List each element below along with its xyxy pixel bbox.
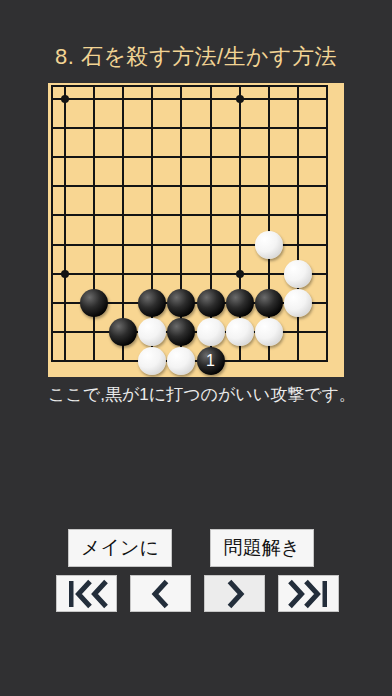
chevron-left-icon xyxy=(139,579,183,609)
stone-black xyxy=(167,318,195,346)
stone-white xyxy=(284,289,312,317)
board-hline xyxy=(51,127,328,129)
star-point xyxy=(236,270,244,278)
solve-problem-button[interactable]: 問題解き xyxy=(210,529,314,567)
board-hline xyxy=(51,156,328,158)
stone-white xyxy=(138,318,166,346)
stone-black xyxy=(197,289,225,317)
stone-white xyxy=(255,318,283,346)
stone-black xyxy=(167,289,195,317)
main-menu-button[interactable]: メインに xyxy=(68,529,172,567)
stone-white xyxy=(255,231,283,259)
stone-black xyxy=(255,289,283,317)
board-hline xyxy=(51,214,328,216)
board-caption: ここで,黒が1に打つのがいい攻撃です。 xyxy=(48,383,378,406)
board-hline xyxy=(51,185,328,187)
stone-white xyxy=(167,347,195,375)
chevron-right-icon xyxy=(213,579,257,609)
stone-white xyxy=(138,347,166,375)
stone-black xyxy=(138,289,166,317)
next-move-button[interactable] xyxy=(204,575,265,612)
stone-white xyxy=(284,260,312,288)
board-hline xyxy=(51,244,328,246)
menu-button-row: メインに 問題解き xyxy=(68,529,314,567)
board-vline xyxy=(297,85,299,362)
star-point xyxy=(61,270,69,278)
go-board[interactable]: 1 xyxy=(48,83,344,377)
star-point xyxy=(236,95,244,103)
move-nav-row xyxy=(56,575,339,612)
skip-to-last-icon xyxy=(287,579,331,609)
stone-white xyxy=(197,318,225,346)
stone-black xyxy=(109,318,137,346)
page-title: 8. 石を殺す方法/生かす方法 xyxy=(0,42,392,72)
last-move-button[interactable] xyxy=(278,575,339,612)
stone-black-move-1: 1 xyxy=(197,347,225,375)
first-move-button[interactable] xyxy=(56,575,117,612)
board-vline xyxy=(326,85,328,362)
stone-white xyxy=(226,318,254,346)
move-number: 1 xyxy=(206,353,215,369)
stone-black xyxy=(80,289,108,317)
skip-to-first-icon xyxy=(65,579,109,609)
star-point xyxy=(61,95,69,103)
prev-move-button[interactable] xyxy=(130,575,191,612)
stone-black xyxy=(226,289,254,317)
